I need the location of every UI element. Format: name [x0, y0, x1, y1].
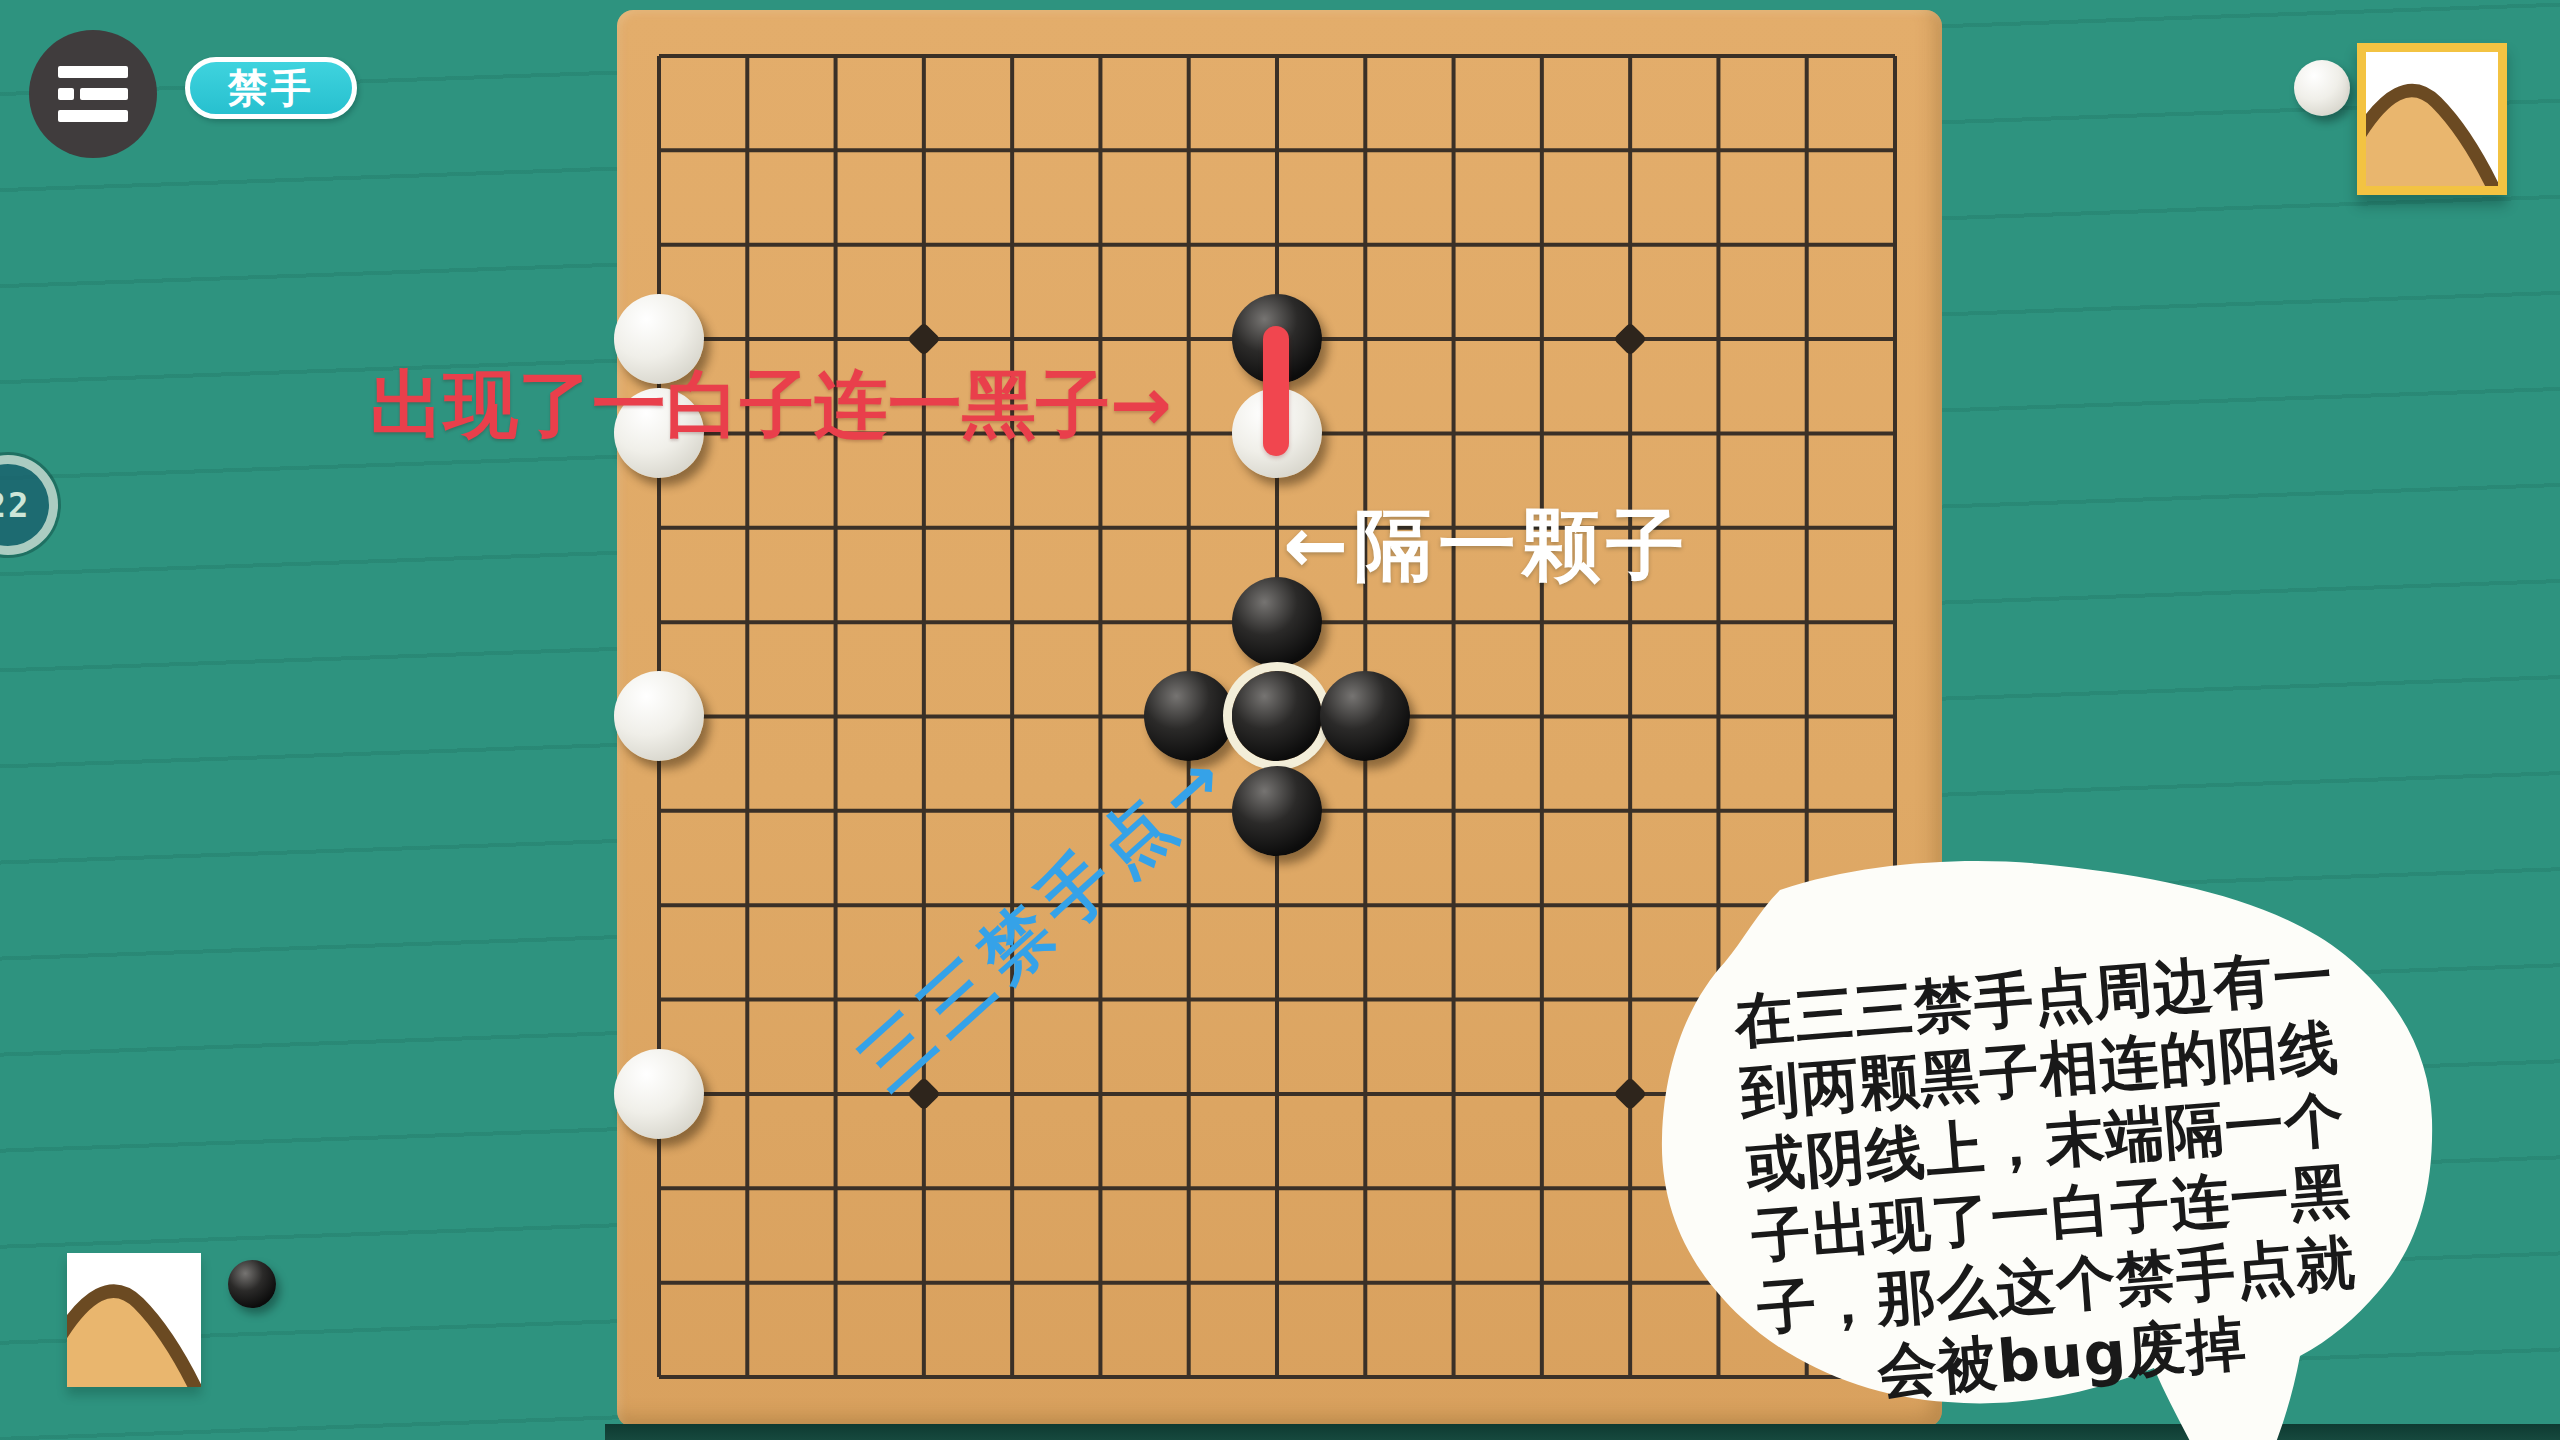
mountain-curve-icon	[67, 1253, 201, 1387]
hamburger-icon-bar-middle-right	[80, 88, 128, 100]
hamburger-icon-bar-bottom	[58, 110, 128, 122]
forbidden-move-badge[interactable]: 禁手	[185, 57, 357, 119]
white-stone	[614, 1049, 704, 1139]
menu-button[interactable]	[29, 30, 157, 158]
tutorial-bubble-text: 在三三禁手点周边有一 到两颗黑子相连的阳线 或阴线上，末端隔一个 子出现了一白子…	[1696, 936, 2400, 1419]
white-stone	[614, 671, 704, 761]
tray-stone-white	[2294, 60, 2350, 116]
tutorial-card-top-right[interactable]	[2357, 43, 2507, 195]
red-annotation-label: 出现了一白子连一黑子→	[370, 356, 1172, 456]
tutorial-card-bottom-left[interactable]	[67, 1253, 201, 1387]
black-stone	[1232, 766, 1322, 856]
tray-stone-black	[228, 1260, 276, 1308]
hamburger-icon-bar-middle	[58, 88, 128, 100]
hamburger-icon-square	[58, 88, 74, 100]
mountain-curve-icon	[2366, 52, 2498, 186]
red-connector-mark	[1263, 326, 1289, 456]
timer-value: 22	[0, 485, 30, 525]
hamburger-icon-bar-top	[58, 66, 128, 78]
white-annotation-label: ←隔一颗子	[1283, 494, 1690, 599]
forbidden-point-black-stone	[1232, 671, 1322, 761]
timer-badge: 22	[0, 455, 58, 555]
